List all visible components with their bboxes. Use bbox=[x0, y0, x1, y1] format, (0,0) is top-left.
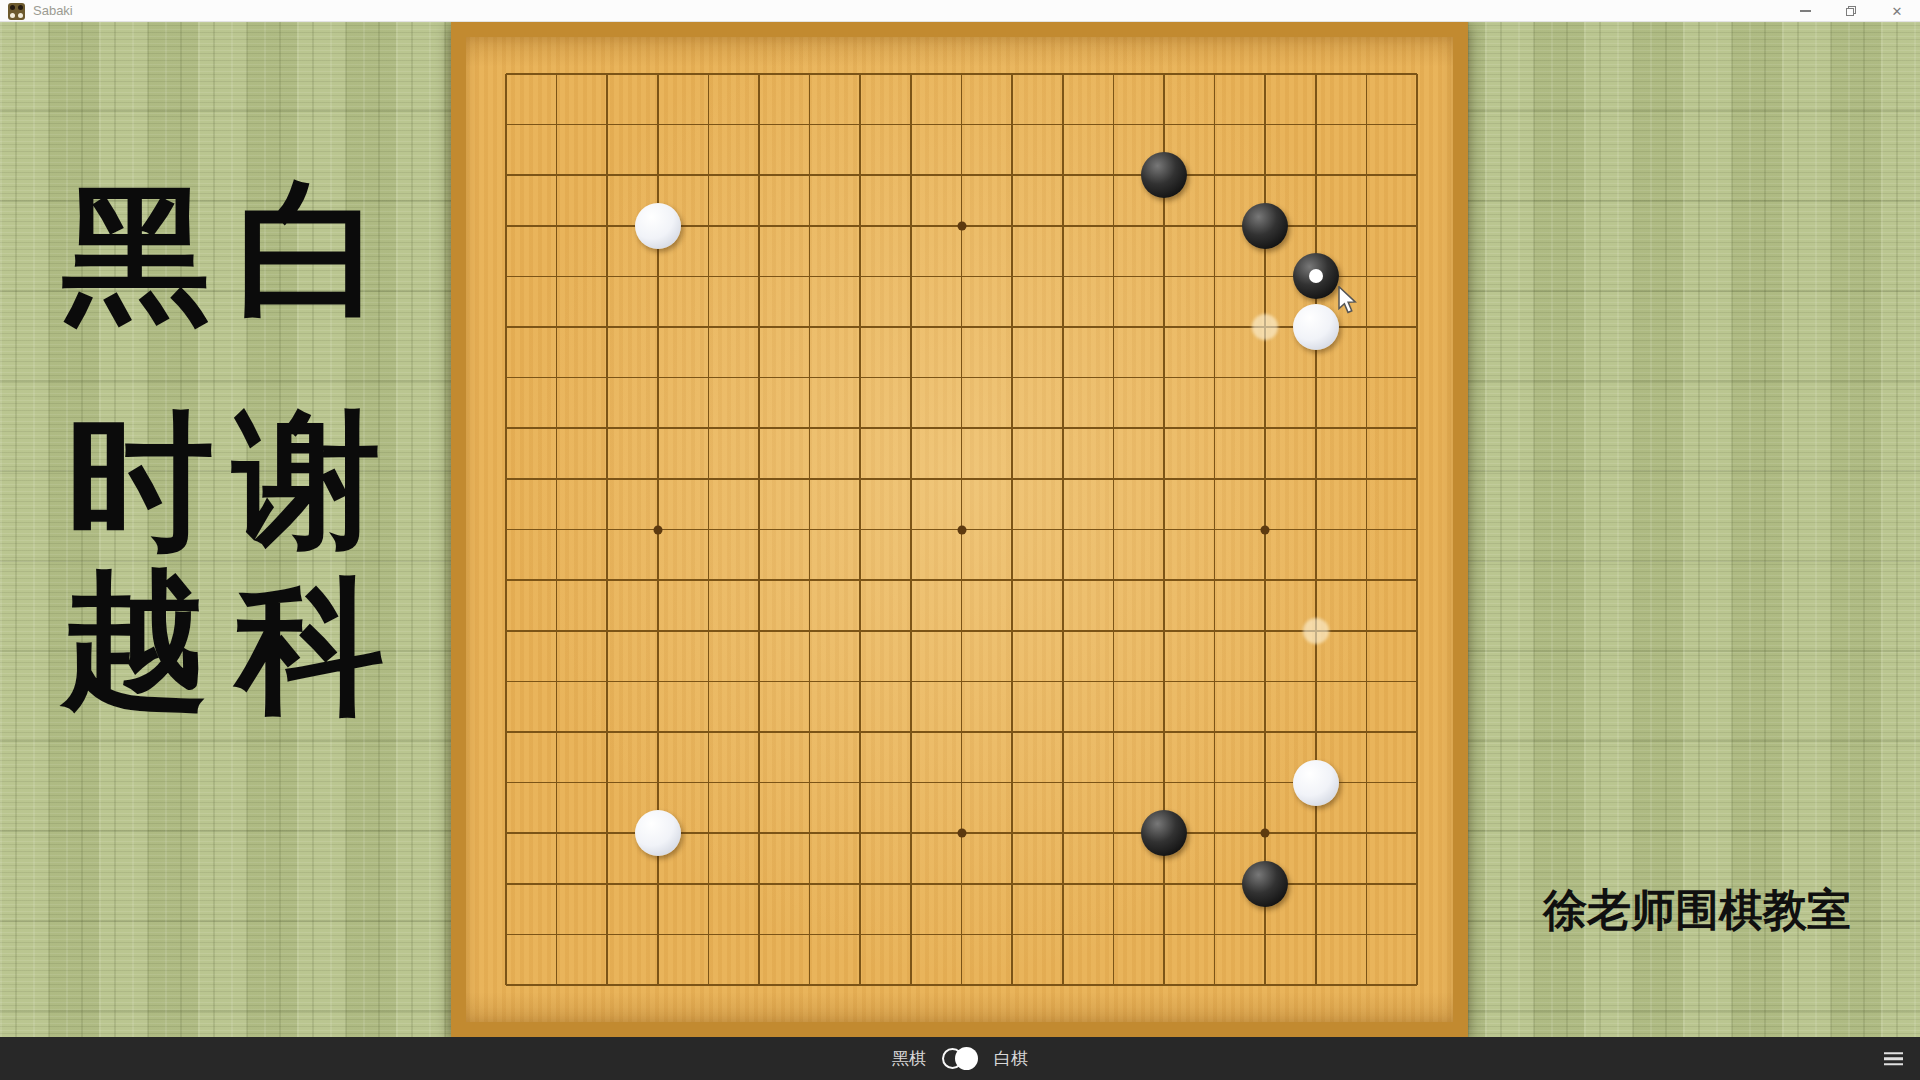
app-window: Sabaki ✕ 黑 白 时 谢 越 科 徐老师围棋教室 黑棋 白棋 bbox=[0, 0, 1920, 1080]
maximize-button[interactable] bbox=[1828, 0, 1874, 22]
star-point bbox=[957, 525, 966, 534]
black-stone[interactable] bbox=[1141, 810, 1187, 856]
variation-ghost-stone[interactable] bbox=[1252, 314, 1278, 340]
window-title: Sabaki bbox=[33, 0, 73, 21]
grid-line bbox=[506, 630, 1417, 632]
grid-line bbox=[1315, 74, 1317, 985]
star-point bbox=[1261, 525, 1270, 534]
grid-line bbox=[506, 579, 1417, 581]
bottom-bar: 黑棋 白棋 bbox=[0, 1037, 1920, 1080]
grid-line bbox=[506, 782, 1417, 784]
classroom-caption: 徐老师围棋教室 bbox=[1543, 881, 1851, 940]
grid-line bbox=[1062, 74, 1064, 985]
grid-line bbox=[1416, 74, 1418, 985]
white-stone[interactable] bbox=[1293, 760, 1339, 806]
minimize-button[interactable] bbox=[1782, 0, 1828, 22]
caption-black-char-2: 时 bbox=[66, 408, 214, 556]
variation-ghost-stone[interactable] bbox=[1303, 618, 1329, 644]
black-stone[interactable] bbox=[1242, 861, 1288, 907]
caption-white-char-3: 科 bbox=[236, 573, 384, 721]
caption-black-char-3: 越 bbox=[61, 566, 209, 714]
go-board[interactable] bbox=[451, 22, 1468, 1037]
menu-button[interactable] bbox=[1880, 1048, 1907, 1070]
star-point bbox=[957, 221, 966, 230]
white-stone[interactable] bbox=[635, 203, 681, 249]
caption-black-char-1: 黑 bbox=[62, 181, 210, 329]
board-grid bbox=[506, 74, 1417, 985]
close-icon: ✕ bbox=[1892, 5, 1903, 18]
title-bar: Sabaki ✕ bbox=[0, 0, 1920, 22]
caption-white-char-1: 白 bbox=[236, 176, 384, 324]
grid-line bbox=[506, 731, 1417, 733]
caption-white-char-2: 谢 bbox=[233, 406, 381, 554]
turn-toggle-stones[interactable] bbox=[942, 1047, 978, 1070]
black-stone[interactable] bbox=[1242, 203, 1288, 249]
black-player-label[interactable]: 黑棋 bbox=[892, 1047, 926, 1070]
star-point bbox=[653, 525, 662, 534]
white-stone[interactable] bbox=[635, 810, 681, 856]
mouse-cursor-icon bbox=[1337, 286, 1359, 320]
grid-line bbox=[506, 681, 1417, 683]
grid-line bbox=[506, 984, 1417, 986]
minimize-icon bbox=[1800, 10, 1811, 12]
white-stone[interactable] bbox=[1293, 304, 1339, 350]
close-button[interactable]: ✕ bbox=[1874, 0, 1920, 22]
grid-line bbox=[506, 934, 1417, 936]
hamburger-icon bbox=[1884, 1052, 1903, 1055]
grid-line bbox=[1214, 74, 1216, 985]
white-player-label[interactable]: 白棋 bbox=[994, 1047, 1028, 1070]
sabaki-app-icon bbox=[8, 3, 25, 20]
last-move-marker bbox=[1309, 269, 1323, 283]
grid-line bbox=[1366, 74, 1368, 985]
grid-line bbox=[1113, 74, 1115, 985]
star-point bbox=[1261, 829, 1270, 838]
grid-line bbox=[1011, 74, 1013, 985]
white-stone-icon bbox=[955, 1047, 978, 1070]
black-stone[interactable] bbox=[1141, 152, 1187, 198]
maximize-icon bbox=[1846, 6, 1856, 16]
player-turn-toggle[interactable]: 黑棋 白棋 bbox=[892, 1047, 1028, 1070]
star-point bbox=[957, 829, 966, 838]
